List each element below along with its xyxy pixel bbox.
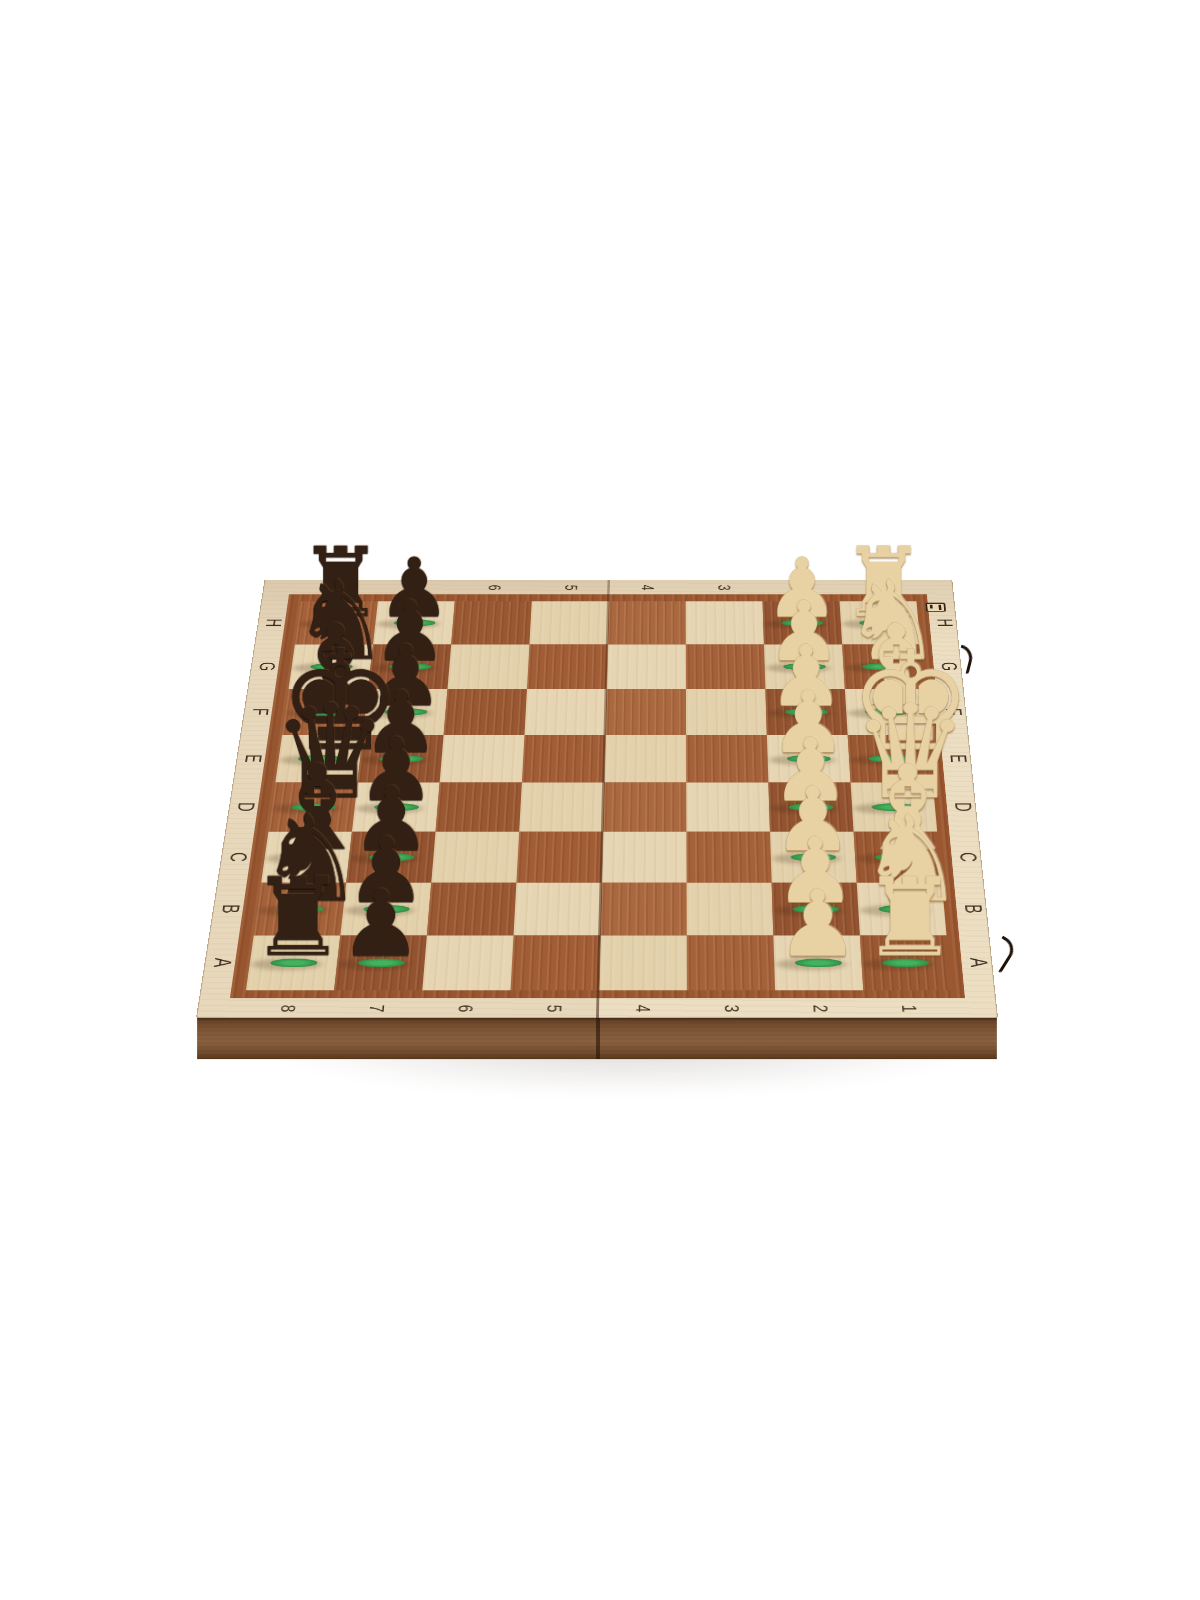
file-label-left-B: B — [185, 901, 273, 918]
rank-label-far-7: 7 — [403, 567, 431, 609]
square-f4 — [605, 689, 686, 735]
square-d5 — [519, 783, 604, 832]
square-c5 — [516, 832, 602, 883]
rank-label-far-1: 1 — [863, 567, 890, 609]
square-b4 — [600, 883, 687, 936]
file-label-right-H: H — [904, 616, 983, 630]
box-rim — [197, 1017, 997, 1059]
square-g4 — [606, 644, 685, 689]
square-d3 — [686, 783, 770, 832]
rank-label-near-5: 5 — [539, 981, 569, 1037]
square-g3 — [686, 644, 766, 689]
square-e3 — [686, 735, 768, 783]
square-b5 — [514, 883, 602, 936]
rank-label-near-7: 7 — [360, 981, 393, 1037]
square-b3 — [687, 883, 774, 936]
rank-label-far-5: 5 — [558, 567, 584, 609]
photo-background: ♜♟♟♜♞♟♟♞♝♟♟♝♚♟♟♚♛♟♟♛♝♟♟♝♞♟♟♞♜♟♟♜ 8877665… — [0, 0, 1200, 1600]
square-c4 — [601, 832, 686, 883]
square-g5 — [527, 644, 608, 689]
square-f3 — [686, 689, 767, 735]
square-d6 — [436, 783, 522, 832]
rank-label-far-3: 3 — [712, 567, 737, 609]
square-e4 — [604, 735, 686, 783]
scene-3d: ♜♟♟♜♞♟♟♞♝♟♟♝♚♟♟♚♛♟♟♛♝♟♟♝♞♟♟♞♜♟♟♜ 8877665… — [0, 0, 1200, 1600]
square-f5 — [524, 689, 606, 735]
square-d4 — [603, 783, 687, 832]
file-label-left-G: G — [225, 660, 306, 674]
square-f6 — [444, 689, 527, 735]
rank-label-far-4: 4 — [635, 567, 660, 609]
rank-label-near-1: 1 — [893, 981, 925, 1037]
chessboard: ♜♟♟♜♞♟♟♞♝♟♟♝♚♟♟♚♛♟♟♛♝♟♟♝♞♟♟♞♜♟♟♜ 8877665… — [196, 580, 998, 1018]
square-e6 — [440, 735, 525, 783]
rank-label-near-4: 4 — [628, 981, 657, 1037]
file-label-right-C: C — [924, 849, 1010, 865]
square-b6 — [427, 883, 516, 936]
square-e5 — [522, 735, 605, 783]
square-c6 — [431, 832, 519, 883]
file-label-right-F: F — [912, 705, 994, 719]
file-label-left-A: A — [176, 954, 266, 971]
rank-label-near-2: 2 — [805, 981, 836, 1037]
file-label-left-F: F — [218, 705, 300, 719]
rank-label-far-8: 8 — [326, 567, 355, 609]
square-g6 — [447, 644, 529, 689]
square-c3 — [686, 832, 771, 883]
file-label-right-D: D — [920, 799, 1004, 814]
file-label-right-B: B — [929, 901, 1016, 918]
file-label-left-E: E — [210, 751, 294, 766]
file-label-left-C: C — [194, 849, 281, 865]
rank-label-near-3: 3 — [717, 981, 746, 1037]
piece-white-pawn: ♟ — [774, 878, 861, 970]
file-label-left-D: D — [202, 799, 287, 814]
rim-fold-seam — [596, 1017, 600, 1059]
rank-label-near-6: 6 — [449, 981, 481, 1037]
file-label-left-H: H — [233, 616, 313, 630]
file-label-right-G: G — [908, 660, 988, 674]
rank-label-far-6: 6 — [481, 567, 508, 609]
file-label-right-E: E — [916, 751, 999, 766]
rank-label-far-2: 2 — [788, 567, 814, 609]
piece-black-pawn: ♟ — [337, 878, 424, 970]
